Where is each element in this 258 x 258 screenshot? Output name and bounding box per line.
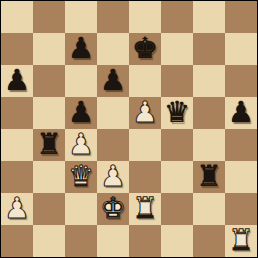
white-queen-icon: ♛ (68, 162, 94, 191)
square-g8[interactable] (193, 1, 225, 33)
square-f3[interactable] (161, 161, 193, 193)
square-g1[interactable] (193, 225, 225, 257)
square-e8[interactable] (129, 1, 161, 33)
square-e7[interactable]: ♚ (129, 33, 161, 65)
square-g4[interactable] (193, 129, 225, 161)
square-c1[interactable] (65, 225, 97, 257)
square-f7[interactable] (161, 33, 193, 65)
square-a2[interactable]: ♟ (1, 193, 33, 225)
square-a8[interactable] (1, 1, 33, 33)
black-king-icon: ♚ (132, 34, 158, 63)
square-g5[interactable] (193, 97, 225, 129)
square-f8[interactable] (161, 1, 193, 33)
square-b6[interactable] (33, 65, 65, 97)
square-h6[interactable] (225, 65, 257, 97)
white-pawn-icon: ♟ (68, 130, 94, 159)
square-d7[interactable] (97, 33, 129, 65)
white-pawn-icon: ♟ (100, 162, 126, 191)
square-g3[interactable]: ♜ (193, 161, 225, 193)
square-d3[interactable]: ♟ (97, 161, 129, 193)
square-b2[interactable] (33, 193, 65, 225)
square-f2[interactable] (161, 193, 193, 225)
square-h5[interactable]: ♟ (225, 97, 257, 129)
square-d2[interactable]: ♚ (97, 193, 129, 225)
square-g7[interactable] (193, 33, 225, 65)
square-a1[interactable] (1, 225, 33, 257)
square-g2[interactable] (193, 193, 225, 225)
black-pawn-icon: ♟ (68, 34, 94, 63)
square-d4[interactable] (97, 129, 129, 161)
square-a6[interactable]: ♟ (1, 65, 33, 97)
white-king-icon: ♚ (100, 194, 126, 223)
chess-board: ♟♚♟♟♟♟♛♟♜♟♛♟♜♟♚♜♜ (1, 1, 257, 257)
square-a7[interactable] (1, 33, 33, 65)
square-h4[interactable] (225, 129, 257, 161)
square-c6[interactable] (65, 65, 97, 97)
black-pawn-icon: ♟ (4, 66, 30, 95)
square-c8[interactable] (65, 1, 97, 33)
square-e2[interactable]: ♜ (129, 193, 161, 225)
square-a5[interactable] (1, 97, 33, 129)
square-f1[interactable] (161, 225, 193, 257)
square-f4[interactable] (161, 129, 193, 161)
square-d6[interactable]: ♟ (97, 65, 129, 97)
square-e1[interactable] (129, 225, 161, 257)
square-e6[interactable] (129, 65, 161, 97)
square-c2[interactable] (65, 193, 97, 225)
square-e3[interactable] (129, 161, 161, 193)
square-a3[interactable] (1, 161, 33, 193)
black-pawn-icon: ♟ (228, 98, 254, 127)
square-e4[interactable] (129, 129, 161, 161)
white-rook-icon: ♜ (228, 226, 254, 255)
square-h7[interactable] (225, 33, 257, 65)
square-h1[interactable]: ♜ (225, 225, 257, 257)
black-pawn-icon: ♟ (100, 66, 126, 95)
black-rook-icon: ♜ (196, 162, 222, 191)
white-pawn-icon: ♟ (4, 194, 30, 223)
square-e5[interactable]: ♟ (129, 97, 161, 129)
square-h2[interactable] (225, 193, 257, 225)
square-d1[interactable] (97, 225, 129, 257)
square-c4[interactable]: ♟ (65, 129, 97, 161)
square-c3[interactable]: ♛ (65, 161, 97, 193)
square-a4[interactable] (1, 129, 33, 161)
square-b5[interactable] (33, 97, 65, 129)
square-b1[interactable] (33, 225, 65, 257)
square-b3[interactable] (33, 161, 65, 193)
square-g6[interactable] (193, 65, 225, 97)
black-pawn-icon: ♟ (68, 98, 94, 127)
square-c7[interactable]: ♟ (65, 33, 97, 65)
square-f6[interactable] (161, 65, 193, 97)
square-d8[interactable] (97, 1, 129, 33)
square-d5[interactable] (97, 97, 129, 129)
square-h3[interactable] (225, 161, 257, 193)
white-pawn-icon: ♟ (132, 98, 158, 127)
square-h8[interactable] (225, 1, 257, 33)
square-f5[interactable]: ♛ (161, 97, 193, 129)
white-rook-icon: ♜ (132, 194, 158, 223)
square-c5[interactable]: ♟ (65, 97, 97, 129)
black-rook-icon: ♜ (36, 130, 62, 159)
square-b8[interactable] (33, 1, 65, 33)
square-b7[interactable] (33, 33, 65, 65)
square-b4[interactable]: ♜ (33, 129, 65, 161)
board-frame: ♟♚♟♟♟♟♛♟♜♟♛♟♜♟♚♜♜ (0, 0, 258, 258)
black-queen-icon: ♛ (164, 98, 190, 127)
